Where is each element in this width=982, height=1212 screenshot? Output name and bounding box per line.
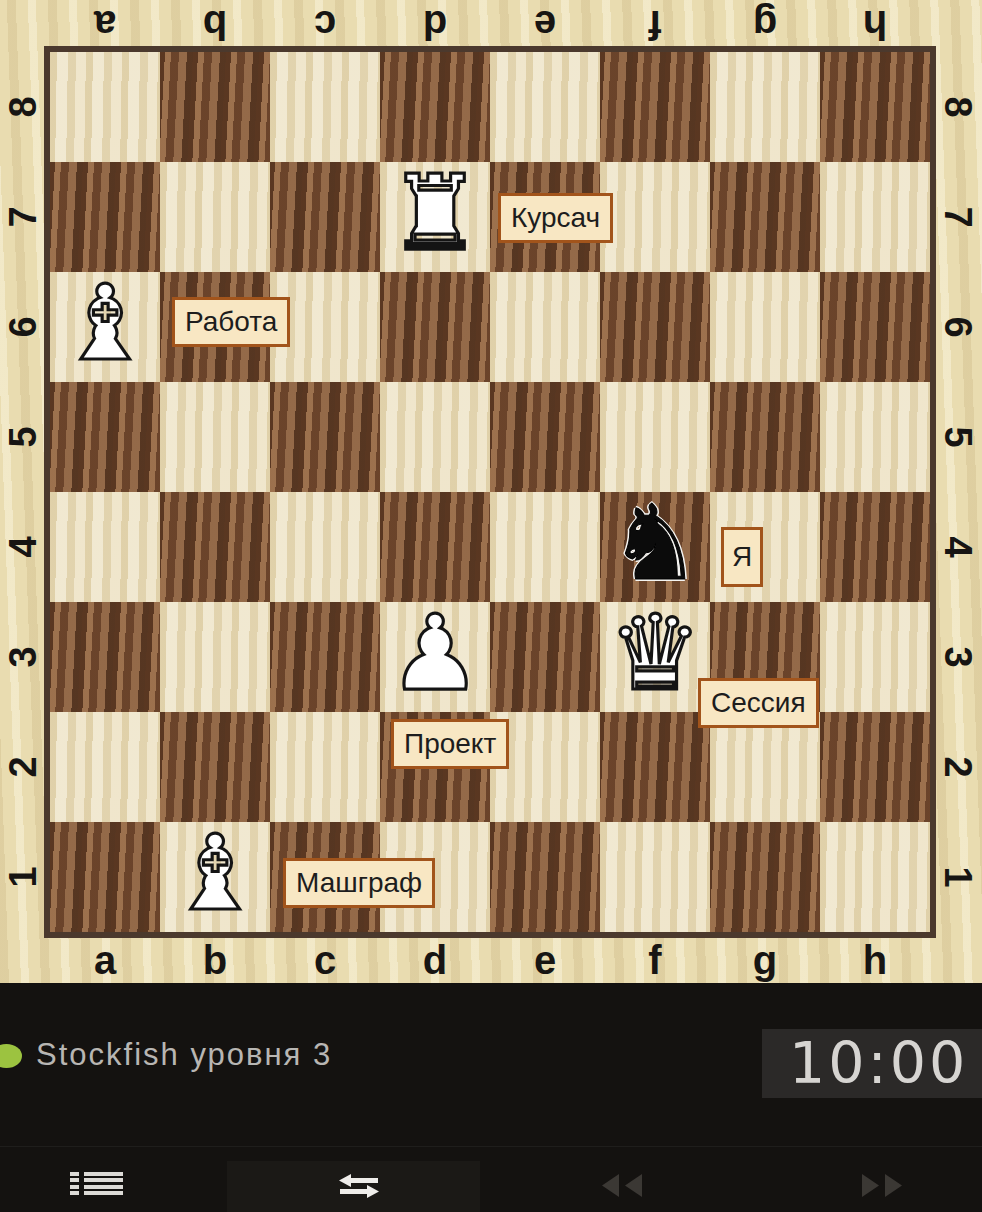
coordinate-label: b bbox=[203, 2, 227, 47]
square-a2[interactable] bbox=[50, 712, 160, 822]
square-h8[interactable] bbox=[820, 52, 930, 162]
coordinate-label: 1 bbox=[936, 866, 979, 887]
piece-white-pawn[interactable]: ♟ bbox=[388, 601, 481, 705]
square-g2[interactable] bbox=[710, 712, 820, 822]
piece-white-bishop[interactable]: ♝ bbox=[58, 271, 151, 375]
square-a8[interactable] bbox=[50, 52, 160, 162]
coordinate-label: 2 bbox=[936, 756, 979, 777]
square-e5[interactable] bbox=[490, 382, 600, 492]
square-a3[interactable] bbox=[50, 602, 160, 712]
square-h5[interactable] bbox=[820, 382, 930, 492]
toolbar-divider bbox=[0, 1146, 982, 1147]
square-h2[interactable] bbox=[820, 712, 930, 822]
square-b1[interactable]: ♝ bbox=[160, 822, 270, 932]
coordinate-label: 8 bbox=[2, 96, 45, 117]
square-e3[interactable] bbox=[490, 602, 600, 712]
square-b7[interactable] bbox=[160, 162, 270, 272]
coordinate-label: a bbox=[94, 938, 116, 983]
coordinate-label: g bbox=[753, 938, 777, 983]
square-a7[interactable] bbox=[50, 162, 160, 272]
piece-white-bishop[interactable]: ♝ bbox=[168, 821, 261, 925]
coordinate-label: 4 bbox=[936, 536, 979, 557]
coordinate-label: e bbox=[534, 938, 556, 983]
square-g8[interactable] bbox=[710, 52, 820, 162]
coordinate-label: b bbox=[203, 938, 227, 983]
square-a1[interactable] bbox=[50, 822, 160, 932]
coordinate-label: 8 bbox=[936, 96, 979, 117]
square-d7[interactable]: ♜ bbox=[380, 162, 490, 272]
piece-label: Курсач bbox=[498, 193, 613, 243]
square-a4[interactable] bbox=[50, 492, 160, 602]
square-c2[interactable] bbox=[270, 712, 380, 822]
coordinate-label: c bbox=[314, 938, 336, 983]
coordinate-label: d bbox=[423, 938, 447, 983]
step-back-icon[interactable] bbox=[598, 1172, 646, 1203]
square-g7[interactable] bbox=[710, 162, 820, 272]
coordinate-label: h bbox=[863, 2, 887, 47]
chess-app-screen: ♜♝♞♟♛♝ aabbccddeeffgghh8877665544332211 … bbox=[0, 0, 982, 1212]
square-f3[interactable]: ♛ bbox=[600, 602, 710, 712]
coordinate-label: g bbox=[753, 2, 777, 47]
coordinate-label: 7 bbox=[936, 206, 979, 227]
piece-label: Проект bbox=[391, 719, 509, 769]
coordinate-label: 5 bbox=[936, 426, 979, 447]
coordinate-label: e bbox=[534, 2, 556, 47]
square-f5[interactable] bbox=[600, 382, 710, 492]
square-g1[interactable] bbox=[710, 822, 820, 932]
coordinate-label: a bbox=[94, 2, 116, 47]
coordinate-label: 3 bbox=[2, 646, 45, 667]
square-f1[interactable] bbox=[600, 822, 710, 932]
square-h4[interactable] bbox=[820, 492, 930, 602]
square-g5[interactable] bbox=[710, 382, 820, 492]
coordinate-label: 6 bbox=[2, 316, 45, 337]
square-d6[interactable] bbox=[380, 272, 490, 382]
coordinate-label: 5 bbox=[2, 426, 45, 447]
square-a5[interactable] bbox=[50, 382, 160, 492]
piece-label: Я bbox=[721, 527, 763, 587]
square-e6[interactable] bbox=[490, 272, 600, 382]
square-e8[interactable] bbox=[490, 52, 600, 162]
coordinate-label: 1 bbox=[2, 866, 45, 887]
square-h3[interactable] bbox=[820, 602, 930, 712]
square-g6[interactable] bbox=[710, 272, 820, 382]
square-b3[interactable] bbox=[160, 602, 270, 712]
piece-white-rook[interactable]: ♜ bbox=[388, 161, 481, 265]
piece-label: Работа bbox=[172, 297, 290, 347]
square-d4[interactable] bbox=[380, 492, 490, 602]
coordinate-label: 7 bbox=[2, 206, 45, 227]
square-c8[interactable] bbox=[270, 52, 380, 162]
engine-name-label: Stockfish уровня 3 bbox=[36, 1037, 332, 1073]
coordinate-label: 6 bbox=[936, 316, 979, 337]
square-c3[interactable] bbox=[270, 602, 380, 712]
square-f4[interactable]: ♞ bbox=[600, 492, 710, 602]
square-c4[interactable] bbox=[270, 492, 380, 602]
coordinate-label: 3 bbox=[936, 646, 979, 667]
square-c7[interactable] bbox=[270, 162, 380, 272]
coordinate-label: 2 bbox=[2, 756, 45, 777]
coordinate-label: h bbox=[863, 938, 887, 983]
piece-black-knight[interactable]: ♞ bbox=[608, 491, 701, 595]
square-d3[interactable]: ♟ bbox=[380, 602, 490, 712]
square-h6[interactable] bbox=[820, 272, 930, 382]
square-b8[interactable] bbox=[160, 52, 270, 162]
coordinate-label: f bbox=[648, 938, 661, 983]
coordinate-label: d bbox=[423, 2, 447, 47]
square-f6[interactable] bbox=[600, 272, 710, 382]
square-f8[interactable] bbox=[600, 52, 710, 162]
game-clock: 10:00 bbox=[762, 1029, 982, 1098]
piece-label: Машграф bbox=[283, 858, 435, 908]
coordinate-label: c bbox=[314, 2, 336, 47]
square-e4[interactable] bbox=[490, 492, 600, 602]
square-a6[interactable]: ♝ bbox=[50, 272, 160, 382]
coordinate-label: f bbox=[648, 2, 661, 47]
square-h7[interactable] bbox=[820, 162, 930, 272]
square-h1[interactable] bbox=[820, 822, 930, 932]
square-b2[interactable] bbox=[160, 712, 270, 822]
square-e1[interactable] bbox=[490, 822, 600, 932]
square-f2[interactable] bbox=[600, 712, 710, 822]
square-b4[interactable] bbox=[160, 492, 270, 602]
square-c5[interactable] bbox=[270, 382, 380, 492]
board-grid: ♜♝♞♟♛♝ bbox=[44, 46, 936, 938]
square-b5[interactable] bbox=[160, 382, 270, 492]
piece-label: Сессия bbox=[698, 678, 819, 728]
square-d5[interactable] bbox=[380, 382, 490, 492]
flip-board-icon[interactable] bbox=[338, 1173, 380, 1203]
step-forward-icon[interactable] bbox=[858, 1172, 906, 1203]
coordinate-label: 4 bbox=[2, 536, 45, 557]
moves-list-icon[interactable] bbox=[70, 1172, 124, 1195]
square-d8[interactable] bbox=[380, 52, 490, 162]
piece-white-queen[interactable]: ♛ bbox=[608, 601, 701, 705]
square-f7[interactable] bbox=[600, 162, 710, 272]
